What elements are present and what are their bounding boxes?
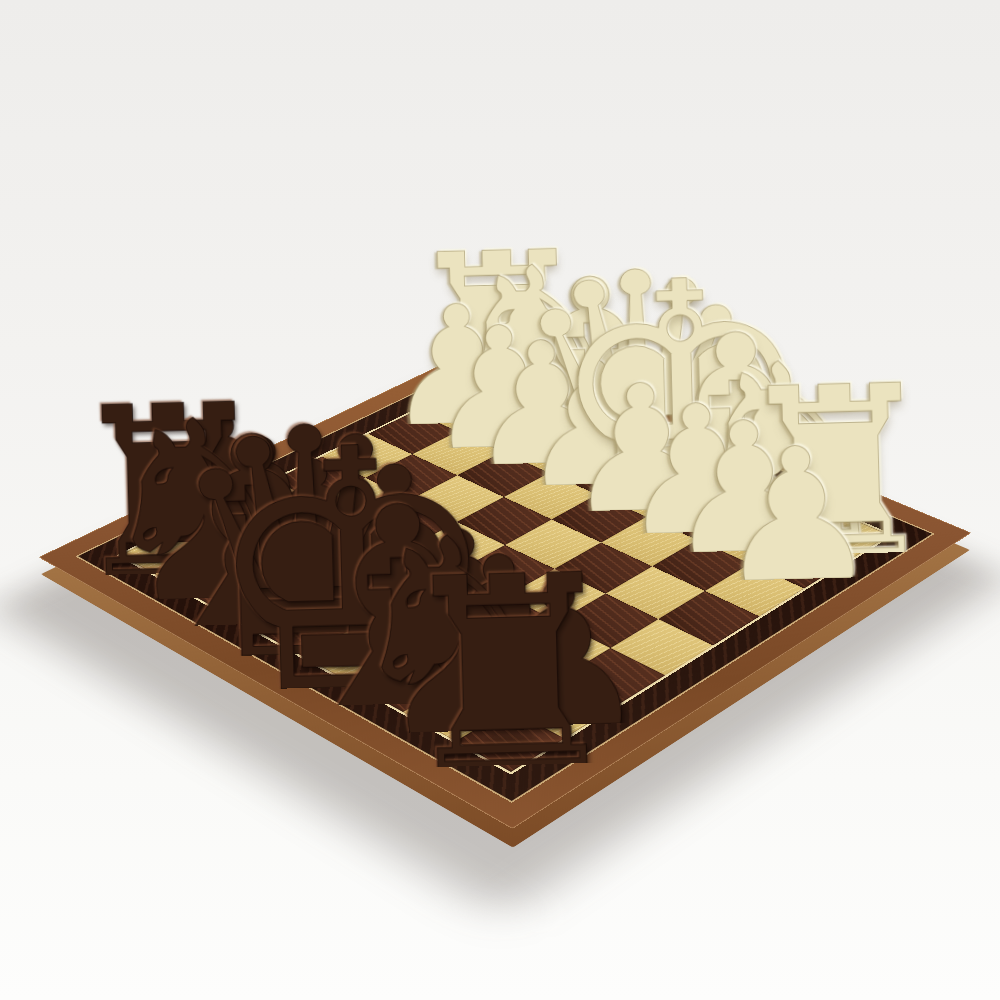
square-h8: ♜: [456, 709, 564, 772]
photo-scene: ♜♞♝♛♚♝♞♜♟♟♟♟♟♟♟♟♟♟♟2030 0♟♟♟♟♟♜♞♝♛♚♝♞♜: [0, 0, 1000, 1000]
dark-rook-h8: ♜: [388, 539, 632, 810]
board-outer-border: ♜♞♝♛♚♝♞♜♟♟♟♟♟♟♟♟♟♟♟2030 0♟♟♟♟♟♜♞♝♛♚♝♞♜: [38, 337, 971, 829]
chess-board: ♜♞♝♛♚♝♞♜♟♟♟♟♟♟♟♟♟♟♟2030 0♟♟♟♟♟♜♞♝♛♚♝♞♜: [38, 337, 971, 829]
